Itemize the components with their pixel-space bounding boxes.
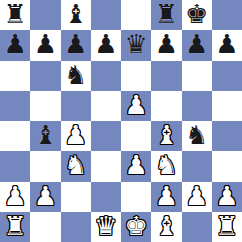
square-b2[interactable]: ♟ [30,182,60,212]
piece-black-rook[interactable]: ♜ [3,0,26,29]
square-h8[interactable] [212,0,242,30]
square-g8[interactable]: ♚ [182,0,212,30]
square-d4[interactable] [91,121,121,151]
piece-white-pawn[interactable]: ♟ [185,181,208,211]
square-e4[interactable] [121,121,151,151]
piece-white-rook[interactable]: ♜ [215,211,238,241]
square-d8[interactable] [91,0,121,30]
piece-white-rook[interactable]: ♜ [3,211,26,241]
piece-white-queen[interactable]: ♛ [94,211,117,241]
piece-black-pawn[interactable]: ♟ [185,29,208,59]
square-a8[interactable]: ♜ [0,0,30,30]
square-h5[interactable] [212,91,242,121]
piece-white-knight[interactable]: ♞ [155,150,178,180]
square-c8[interactable]: ♝ [61,0,91,30]
square-h3[interactable] [212,151,242,181]
square-a5[interactable] [0,91,30,121]
square-c3[interactable]: ♞ [61,151,91,181]
square-g5[interactable] [182,91,212,121]
piece-white-king[interactable]: ♚ [124,211,147,241]
square-h4[interactable] [212,121,242,151]
square-a7[interactable]: ♟ [0,30,30,60]
square-g6[interactable] [182,61,212,91]
piece-white-pawn[interactable]: ♟ [155,181,178,211]
square-g1[interactable] [182,212,212,242]
piece-black-pawn[interactable]: ♟ [64,29,87,59]
square-a6[interactable] [0,61,30,91]
square-b6[interactable] [30,61,60,91]
square-f6[interactable] [151,61,181,91]
square-a1[interactable]: ♜ [0,212,30,242]
piece-black-king[interactable]: ♚ [185,0,208,29]
piece-black-pawn[interactable]: ♟ [155,29,178,59]
square-e1[interactable]: ♚ [121,212,151,242]
square-d2[interactable] [91,182,121,212]
square-e8[interactable] [121,0,151,30]
chess-board: ♜♝♜♚♟♟♟♟♛♟♟♟♞♟♝♟♝♞♞♟♞♟♟♟♟♟♜♛♚♝♜ [0,0,242,242]
square-c6[interactable]: ♞ [61,61,91,91]
square-f5[interactable] [151,91,181,121]
square-c5[interactable] [61,91,91,121]
square-f7[interactable]: ♟ [151,30,181,60]
square-d7[interactable]: ♟ [91,30,121,60]
piece-white-knight[interactable]: ♞ [64,150,87,180]
piece-black-queen[interactable]: ♛ [124,29,147,59]
square-h7[interactable]: ♟ [212,30,242,60]
piece-white-pawn[interactable]: ♟ [3,181,26,211]
square-c1[interactable] [61,212,91,242]
square-e2[interactable] [121,182,151,212]
piece-white-bishop[interactable]: ♝ [155,211,178,241]
square-f3[interactable]: ♞ [151,151,181,181]
piece-black-bishop[interactable]: ♝ [64,0,87,29]
piece-black-rook[interactable]: ♜ [155,0,178,29]
square-e6[interactable] [121,61,151,91]
piece-white-pawn[interactable]: ♟ [64,120,87,150]
square-b3[interactable] [30,151,60,181]
square-f2[interactable]: ♟ [151,182,181,212]
piece-white-bishop[interactable]: ♝ [155,120,178,150]
square-h2[interactable]: ♟ [212,182,242,212]
square-e5[interactable]: ♟ [121,91,151,121]
square-f8[interactable]: ♜ [151,0,181,30]
square-a2[interactable]: ♟ [0,182,30,212]
square-d5[interactable] [91,91,121,121]
square-g7[interactable]: ♟ [182,30,212,60]
square-c2[interactable] [61,182,91,212]
square-e3[interactable]: ♟ [121,151,151,181]
piece-black-knight[interactable]: ♞ [64,60,87,90]
square-a4[interactable] [0,121,30,151]
square-g4[interactable]: ♞ [182,121,212,151]
piece-black-pawn[interactable]: ♟ [34,29,57,59]
piece-black-pawn[interactable]: ♟ [3,29,26,59]
piece-black-knight[interactable]: ♞ [185,120,208,150]
piece-white-pawn[interactable]: ♟ [215,181,238,211]
square-h6[interactable] [212,61,242,91]
square-c4[interactable]: ♟ [61,121,91,151]
piece-white-pawn[interactable]: ♟ [124,90,147,120]
square-d6[interactable] [91,61,121,91]
square-g2[interactable]: ♟ [182,182,212,212]
square-f4[interactable]: ♝ [151,121,181,151]
square-b4[interactable]: ♝ [30,121,60,151]
square-f1[interactable]: ♝ [151,212,181,242]
square-a3[interactable] [0,151,30,181]
piece-white-pawn[interactable]: ♟ [124,150,147,180]
square-c7[interactable]: ♟ [61,30,91,60]
square-e7[interactable]: ♛ [121,30,151,60]
square-b1[interactable] [30,212,60,242]
square-d1[interactable]: ♛ [91,212,121,242]
square-h1[interactable]: ♜ [212,212,242,242]
square-g3[interactable] [182,151,212,181]
piece-black-bishop[interactable]: ♝ [34,120,57,150]
square-b5[interactable] [30,91,60,121]
square-b7[interactable]: ♟ [30,30,60,60]
square-d3[interactable] [91,151,121,181]
piece-black-pawn[interactable]: ♟ [94,29,117,59]
piece-white-pawn[interactable]: ♟ [34,181,57,211]
piece-black-pawn[interactable]: ♟ [215,29,238,59]
square-b8[interactable] [30,0,60,30]
